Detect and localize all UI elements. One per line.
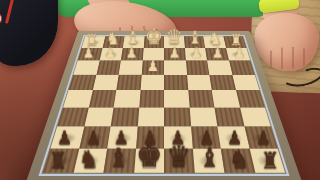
piece-white-pawn: ♟: [104, 46, 116, 60]
square-a5: [236, 90, 265, 107]
piece-white-pawn: ♟: [169, 46, 181, 60]
square-a2: ♟: [226, 48, 251, 61]
square-f2: ♟: [121, 48, 144, 61]
square-g5: [88, 90, 116, 107]
square-c2: ♟: [185, 48, 208, 61]
piece-black-king: ♚: [136, 139, 163, 172]
square-a3: [229, 61, 255, 75]
square-a6: [240, 107, 271, 126]
red-lanyard: [5, 0, 16, 24]
square-e1: ♚: [143, 36, 164, 48]
square-c5: [188, 90, 215, 107]
piece-black-rook: ♜: [49, 149, 67, 172]
square-c8: ♝: [192, 148, 224, 173]
square-e3: ♟: [141, 61, 164, 75]
square-e8: ♚: [134, 148, 164, 173]
piece-white-pawn: ♟: [147, 59, 159, 74]
square-b5: [212, 90, 240, 107]
square-f6: [111, 107, 139, 126]
square-b2: ♟: [205, 48, 229, 61]
piece-black-knight: ♞: [78, 147, 98, 172]
piece-black-knight: ♞: [229, 147, 249, 172]
square-d8: ♛: [164, 148, 194, 173]
piece-white-king: ♚: [145, 25, 163, 47]
square-g6: [84, 107, 114, 126]
piece-black-pawn: ♟: [255, 128, 270, 147]
piece-white-pawn: ♟: [212, 46, 224, 60]
square-g3: [96, 61, 121, 75]
square-d5: [164, 90, 189, 107]
square-b6: [214, 107, 244, 126]
square-g8: ♞: [73, 148, 107, 173]
piece-white-pawn: ♟: [233, 46, 245, 60]
chess-board-grid: ♜♞♝♚♛♝♞♜♟♟♟♟♟♟♟♟♟♟♟♟♟♟♟♟♜♞♝♚♛♝♞♜: [43, 36, 285, 173]
badge-icon: [0, 13, 2, 24]
square-c4: [187, 75, 212, 90]
piece-black-bishop: ♝: [199, 145, 220, 172]
square-h8: ♜: [43, 148, 79, 173]
square-e4: [140, 75, 164, 90]
piece-black-pawn: ♟: [57, 128, 72, 147]
video-frame: ♜♞♝♚♛♝♞♜♟♟♟♟♟♟♟♟♟♟♟♟♟♟♟♟♜♞♝♚♛♝♞♜: [0, 0, 320, 180]
piece-white-pawn: ♟: [83, 46, 95, 60]
square-f8: ♝: [103, 148, 135, 173]
square-f3: [119, 61, 143, 75]
square-a8: ♜: [249, 148, 285, 173]
square-d6: [164, 107, 191, 126]
square-d3: [164, 61, 187, 75]
piece-white-pawn: ♟: [190, 46, 202, 60]
square-e6: [137, 107, 164, 126]
square-f5: [114, 90, 141, 107]
square-h6: [57, 107, 88, 126]
piece-black-rook: ♜: [261, 149, 279, 172]
square-h5: [63, 90, 92, 107]
square-e5: [139, 90, 164, 107]
square-a4: [232, 75, 259, 90]
square-c3: [186, 61, 210, 75]
square-d4: [164, 75, 188, 90]
square-f4: [116, 75, 141, 90]
square-g2: ♟: [99, 48, 123, 61]
piece-white-pawn: ♟: [126, 46, 138, 60]
piece-black-bishop: ♝: [108, 145, 129, 172]
square-g4: [92, 75, 118, 90]
square-d2: ♟: [164, 48, 186, 61]
piece-black-queen: ♛: [167, 141, 192, 171]
square-c6: [189, 107, 217, 126]
